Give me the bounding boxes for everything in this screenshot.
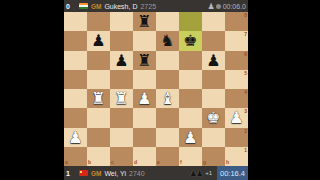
piece-black-pawn[interactable]: ♟	[87, 31, 110, 50]
bottom-player-name[interactable]: Wei, Yi	[104, 170, 126, 177]
square-c8[interactable]	[110, 12, 133, 31]
material-advantage: +1	[205, 170, 212, 176]
rank-label-7: 7	[244, 32, 247, 37]
piece-black-pawn[interactable]: ♟	[202, 51, 225, 70]
rank-label-2: 2	[244, 129, 247, 134]
square-h1[interactable]: 1h	[225, 147, 248, 166]
chess-board[interactable]: 8765432abcdefg1h♜♟♞♚♟♜♟♜♜♟♝♚♟♟♟	[64, 12, 248, 166]
square-f8[interactable]	[179, 12, 202, 31]
piece-white-pawn[interactable]: ♟	[225, 108, 248, 127]
square-h2[interactable]: 2	[225, 128, 248, 147]
bottom-player-rating: 2740	[129, 170, 145, 177]
square-a7[interactable]	[64, 31, 87, 50]
rank-label-4: 4	[244, 90, 247, 95]
china-flag-icon	[79, 170, 88, 176]
square-a4[interactable]	[64, 89, 87, 108]
square-d2[interactable]	[133, 128, 156, 147]
square-g7[interactable]	[202, 31, 225, 50]
square-b6[interactable]	[87, 51, 110, 70]
square-a3[interactable]	[64, 108, 87, 127]
top-player-rating: 2725	[140, 3, 156, 10]
app-canvas: 0 GM Gukesh, D 2725 ♟ 00:06.0 8765432abc…	[0, 0, 320, 180]
top-player-title: GM	[91, 3, 101, 10]
bottom-player-clock: 00:16.4	[220, 169, 245, 178]
rank-label-6: 6	[244, 52, 247, 57]
file-label-e: e	[157, 160, 160, 165]
square-e1[interactable]: e	[156, 147, 179, 166]
square-d3[interactable]	[133, 108, 156, 127]
file-label-h: h	[226, 160, 229, 165]
clock-icon	[216, 4, 221, 9]
piece-black-king[interactable]: ♚	[179, 31, 202, 50]
file-label-a: a	[65, 160, 68, 165]
square-f4[interactable]	[179, 89, 202, 108]
square-f1[interactable]: f	[179, 147, 202, 166]
square-c7[interactable]	[110, 31, 133, 50]
square-f6[interactable]	[179, 51, 202, 70]
bottom-player-clock-active: 00:16.4	[217, 166, 248, 180]
square-d5[interactable]	[133, 70, 156, 89]
square-c1[interactable]: c	[110, 147, 133, 166]
piece-white-king[interactable]: ♚	[202, 108, 225, 127]
square-c3[interactable]	[110, 108, 133, 127]
bottom-player-score: 1	[66, 170, 70, 177]
bottom-player-bar: 1 GM Wei, Yi 2740 ♟♟ +1 00:16.4	[64, 166, 248, 180]
piece-white-pawn[interactable]: ♟	[133, 89, 156, 108]
square-e8[interactable]	[156, 12, 179, 31]
square-g1[interactable]: g	[202, 147, 225, 166]
rank-label-5: 5	[244, 71, 247, 76]
file-label-c: c	[111, 160, 114, 165]
piece-white-pawn[interactable]: ♟	[179, 128, 202, 147]
india-flag-icon	[79, 3, 88, 9]
file-label-b: b	[88, 160, 91, 165]
piece-black-pawn[interactable]: ♟	[110, 51, 133, 70]
top-player-name[interactable]: Gukesh, D	[104, 3, 137, 10]
square-d7[interactable]	[133, 31, 156, 50]
piece-white-rook[interactable]: ♜	[87, 89, 110, 108]
top-player-clock: 00:06.0	[223, 3, 246, 10]
square-e2[interactable]	[156, 128, 179, 147]
square-e3[interactable]	[156, 108, 179, 127]
square-b3[interactable]	[87, 108, 110, 127]
piece-black-knight[interactable]: ♞	[156, 31, 179, 50]
square-g2[interactable]	[202, 128, 225, 147]
bottom-captured-pieces: ♟♟	[190, 169, 202, 178]
rank-label-8: 8	[244, 13, 247, 18]
square-h6[interactable]: 6	[225, 51, 248, 70]
square-e6[interactable]	[156, 51, 179, 70]
piece-black-rook[interactable]: ♜	[133, 12, 156, 31]
square-a6[interactable]	[64, 51, 87, 70]
square-a5[interactable]	[64, 70, 87, 89]
square-h7[interactable]: 7	[225, 31, 248, 50]
square-b8[interactable]	[87, 12, 110, 31]
piece-black-rook[interactable]: ♜	[133, 51, 156, 70]
bottom-player-title: GM	[91, 170, 101, 177]
file-label-d: d	[134, 160, 137, 165]
square-c5[interactable]	[110, 70, 133, 89]
file-label-f: f	[180, 160, 182, 165]
square-h5[interactable]: 5	[225, 70, 248, 89]
square-g8[interactable]	[202, 12, 225, 31]
square-c2[interactable]	[110, 128, 133, 147]
square-a1[interactable]: a	[64, 147, 87, 166]
file-label-g: g	[203, 160, 206, 165]
top-player-score: 0	[66, 3, 70, 10]
square-g4[interactable]	[202, 89, 225, 108]
square-d1[interactable]: d	[133, 147, 156, 166]
square-f5[interactable]	[179, 70, 202, 89]
square-f3[interactable]	[179, 108, 202, 127]
square-b2[interactable]	[87, 128, 110, 147]
square-h4[interactable]: 4	[225, 89, 248, 108]
piece-white-pawn[interactable]: ♟	[64, 128, 87, 147]
square-h8[interactable]: 8	[225, 12, 248, 31]
square-b5[interactable]	[87, 70, 110, 89]
square-b1[interactable]: b	[87, 147, 110, 166]
top-player-bar: 0 GM Gukesh, D 2725 ♟ 00:06.0	[64, 0, 248, 12]
square-g5[interactable]	[202, 70, 225, 89]
square-a8[interactable]	[64, 12, 87, 31]
square-e5[interactable]	[156, 70, 179, 89]
top-captured-pieces: ♟	[207, 2, 213, 11]
piece-white-bishop[interactable]: ♝	[156, 89, 179, 108]
piece-white-rook[interactable]: ♜	[110, 89, 133, 108]
rank-label-1: 1	[244, 148, 247, 153]
